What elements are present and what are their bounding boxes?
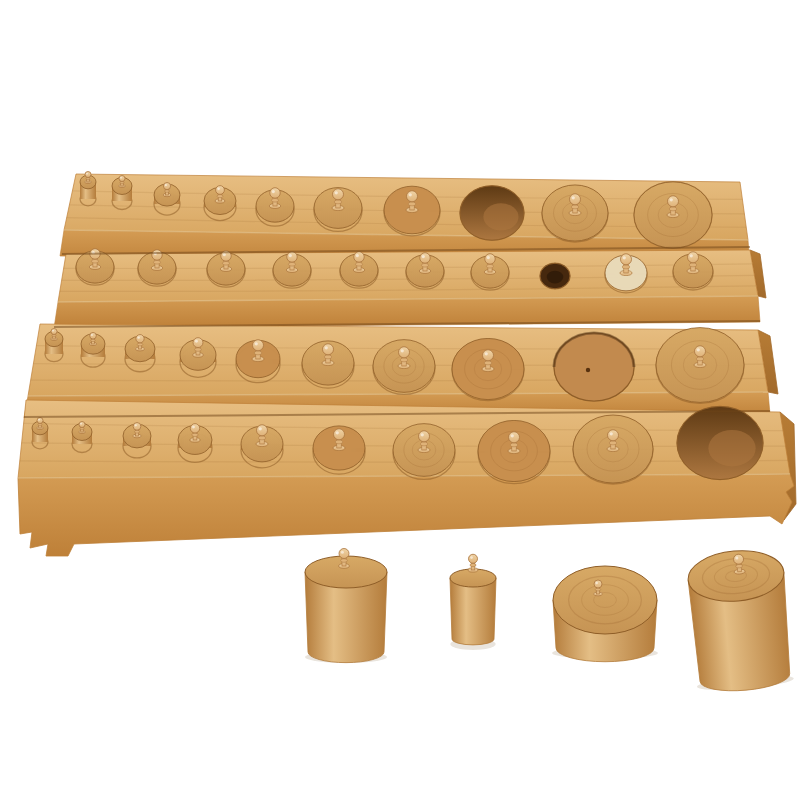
knob-ball bbox=[85, 172, 91, 178]
knob-ball bbox=[119, 176, 125, 182]
knob-bead bbox=[120, 182, 124, 184]
block-4-socket-8 bbox=[478, 420, 550, 483]
knob-highlight bbox=[91, 334, 93, 336]
knob-ball bbox=[419, 431, 430, 442]
block-3-socket-7 bbox=[373, 340, 435, 395]
knob-ball bbox=[287, 252, 297, 262]
knob-ball bbox=[90, 332, 97, 339]
knob-bead bbox=[689, 263, 696, 267]
knob-ball bbox=[668, 196, 679, 207]
knob-bead bbox=[91, 259, 98, 263]
block-1-socket-10 bbox=[634, 182, 712, 248]
block-1-socket-9 bbox=[542, 185, 608, 242]
knob-bead bbox=[571, 205, 578, 209]
knob-bead bbox=[258, 436, 265, 440]
knob-ball bbox=[270, 188, 280, 198]
knob-highlight bbox=[38, 419, 40, 421]
knob-highlight bbox=[409, 193, 412, 196]
knob-bead bbox=[324, 355, 331, 359]
knob-bead bbox=[355, 262, 362, 266]
knob-ball bbox=[483, 350, 494, 361]
knob-highlight bbox=[511, 434, 514, 437]
knob-ball bbox=[253, 340, 264, 351]
knob-highlight bbox=[610, 432, 613, 435]
knob-highlight bbox=[401, 349, 404, 352]
knob-bead bbox=[254, 351, 261, 355]
knob-ball bbox=[420, 253, 430, 263]
knob-ball bbox=[608, 430, 619, 441]
block-4-socket-9 bbox=[573, 415, 653, 484]
knob-bead bbox=[195, 348, 202, 352]
knob-highlight bbox=[223, 253, 226, 256]
knob-bead bbox=[80, 428, 84, 430]
knob-ball bbox=[570, 194, 581, 205]
knob-bead bbox=[510, 443, 517, 447]
knob-bead bbox=[669, 207, 676, 211]
knob-bead bbox=[91, 339, 95, 341]
knob-highlight bbox=[336, 431, 339, 434]
knob-highlight bbox=[572, 196, 575, 199]
knob-highlight bbox=[86, 173, 88, 175]
block-1-socket-8 bbox=[460, 186, 524, 240]
knob-ball bbox=[695, 346, 706, 357]
knob-bead bbox=[400, 358, 407, 362]
block-1-socket-6 bbox=[314, 188, 362, 232]
knob-bead bbox=[165, 190, 170, 193]
knob-highlight bbox=[272, 190, 275, 193]
knob-ball bbox=[334, 429, 345, 440]
knob-ball bbox=[79, 422, 85, 428]
knob-highlight bbox=[52, 330, 54, 332]
knob-bead bbox=[341, 559, 348, 563]
knob-highlight bbox=[697, 348, 700, 351]
knob-ball bbox=[509, 432, 520, 443]
knob-bead bbox=[217, 195, 223, 198]
knob-bead bbox=[470, 563, 476, 566]
knob-ball bbox=[136, 335, 144, 343]
knob-ball bbox=[407, 191, 418, 202]
removed-cylinder-3 bbox=[552, 566, 658, 662]
removed-cylinder-1 bbox=[305, 549, 387, 664]
knob-bead bbox=[420, 442, 427, 446]
knob-highlight bbox=[135, 424, 137, 426]
knob-bead bbox=[86, 178, 90, 180]
knob-ball bbox=[469, 554, 478, 563]
knob-ball bbox=[163, 182, 170, 189]
knob-bead bbox=[38, 424, 42, 426]
knob-highlight bbox=[80, 423, 82, 425]
knob-highlight bbox=[623, 256, 626, 259]
knob-ball bbox=[339, 549, 349, 559]
knob-ball bbox=[190, 424, 199, 433]
cylinder-blocks-scene bbox=[0, 0, 800, 800]
knob-highlight bbox=[137, 336, 139, 338]
knob-highlight bbox=[192, 426, 195, 429]
knob-bead bbox=[408, 202, 415, 206]
knob-highlight bbox=[422, 255, 425, 258]
knob-ball bbox=[399, 347, 410, 358]
knob-ball bbox=[594, 580, 602, 588]
knob-highlight bbox=[670, 198, 673, 201]
block-1-socket-7 bbox=[384, 186, 440, 236]
knob-bead bbox=[421, 263, 428, 267]
knob-ball bbox=[733, 554, 744, 565]
cylinder-side bbox=[450, 578, 496, 645]
knob-bead bbox=[736, 564, 743, 568]
knob-bead bbox=[486, 264, 493, 268]
hole-dark-center bbox=[547, 271, 564, 284]
removed-cylinder-4 bbox=[685, 547, 794, 695]
knob-highlight bbox=[690, 254, 693, 257]
knob-ball bbox=[485, 254, 495, 264]
knob-ball bbox=[193, 338, 203, 348]
knob-bead bbox=[595, 588, 600, 591]
knob-bead bbox=[334, 200, 341, 204]
knob-highlight bbox=[335, 191, 338, 194]
knob-highlight bbox=[259, 427, 262, 430]
block-2 bbox=[54, 249, 766, 328]
knob-highlight bbox=[356, 254, 359, 257]
hole-inner-wall bbox=[708, 430, 755, 467]
hole-inner-wall bbox=[483, 203, 518, 230]
knob-ball bbox=[354, 252, 364, 262]
knob-bead bbox=[192, 433, 198, 436]
knob-ball bbox=[51, 329, 57, 335]
knob-highlight bbox=[485, 352, 488, 355]
knob-bead bbox=[609, 441, 616, 445]
knob-bead bbox=[335, 440, 342, 444]
knob-bead bbox=[271, 198, 278, 202]
knob-highlight bbox=[165, 184, 167, 186]
knob-highlight bbox=[289, 254, 292, 257]
block-4-socket-7 bbox=[393, 424, 455, 480]
block-3-socket-8 bbox=[452, 338, 524, 400]
knob-bead bbox=[288, 262, 295, 266]
knob-bead bbox=[134, 430, 139, 433]
block-2-socket-8 bbox=[540, 263, 570, 289]
knob-highlight bbox=[195, 340, 198, 343]
hole-bottom-dot bbox=[586, 368, 590, 372]
knob-highlight bbox=[470, 556, 473, 559]
block-3-socket-10 bbox=[656, 328, 744, 404]
knob-bead bbox=[137, 343, 143, 346]
knob-highlight bbox=[341, 551, 344, 554]
knob-ball bbox=[333, 189, 344, 200]
knob-ball bbox=[323, 344, 334, 355]
knob-highlight bbox=[255, 342, 258, 345]
knob-ball bbox=[133, 423, 141, 431]
knob-ball bbox=[216, 186, 225, 195]
product-photo bbox=[0, 0, 800, 800]
block-4-socket-10 bbox=[677, 406, 763, 479]
knob-ball bbox=[621, 254, 632, 265]
knob-highlight bbox=[487, 256, 490, 259]
block-3-socket-9 bbox=[554, 333, 634, 401]
knob-bead bbox=[696, 357, 703, 361]
knob-highlight bbox=[217, 188, 220, 191]
knob-highlight bbox=[325, 346, 328, 349]
knob-highlight bbox=[421, 433, 424, 436]
knob-ball bbox=[152, 250, 162, 260]
block-3-socket-6 bbox=[302, 341, 354, 388]
knob-ball bbox=[688, 252, 699, 263]
knob-highlight bbox=[120, 177, 122, 179]
knob-highlight bbox=[596, 582, 598, 584]
knob-bead bbox=[222, 261, 229, 265]
knob-bead bbox=[484, 361, 491, 365]
knob-ball bbox=[257, 425, 268, 436]
knob-bead bbox=[153, 260, 160, 264]
knob-ball bbox=[37, 418, 43, 424]
knob-bead bbox=[52, 335, 56, 337]
knob-bead bbox=[622, 265, 629, 269]
